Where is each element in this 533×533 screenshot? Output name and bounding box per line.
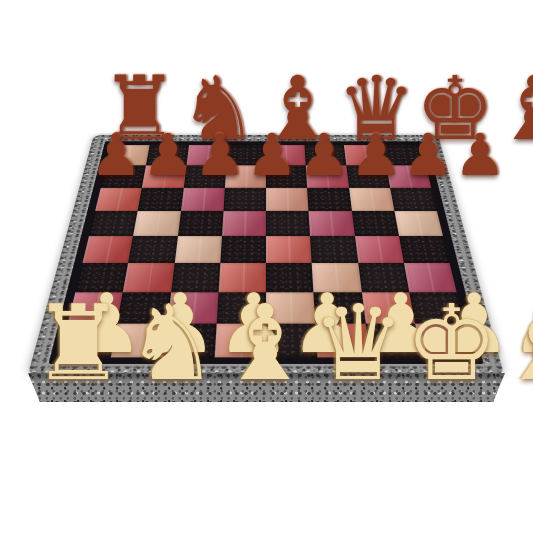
square-e5[interactable] <box>266 211 310 236</box>
black-pawn[interactable]: ♟ <box>298 126 350 184</box>
square-h6[interactable] <box>390 187 437 210</box>
board-cell: ♜ <box>32 291 125 395</box>
board-cell: ♞ <box>125 291 218 395</box>
square-h4[interactable] <box>399 236 450 263</box>
square-f5[interactable] <box>309 211 355 236</box>
board-cell: ♟ <box>90 126 142 184</box>
square-g6[interactable] <box>349 187 395 210</box>
black-pawn[interactable]: ♟ <box>454 126 506 184</box>
square-a6[interactable] <box>95 187 142 210</box>
board-cell: ♝ <box>498 291 533 395</box>
board-cell: ♟ <box>350 126 402 184</box>
black-pawn[interactable]: ♟ <box>90 126 142 184</box>
square-f4[interactable] <box>310 236 358 263</box>
white-bishop[interactable]: ♝ <box>218 291 311 395</box>
square-b5[interactable] <box>133 211 180 236</box>
white-knight[interactable]: ♞ <box>125 291 218 395</box>
square-b6[interactable] <box>138 187 184 210</box>
black-pawn-rank: ♟♟♟♟♟♟♟♟ <box>90 126 440 184</box>
board-cell: ♟ <box>454 126 506 184</box>
white-back-rank: ♜♞♝♛♚♝♞♜ <box>32 291 500 395</box>
black-pawn[interactable]: ♟ <box>194 126 246 184</box>
square-c4[interactable] <box>174 236 222 263</box>
square-a4[interactable] <box>82 236 133 263</box>
square-d6[interactable] <box>223 187 266 210</box>
square-d4[interactable] <box>220 236 266 263</box>
square-h5[interactable] <box>394 211 443 236</box>
square-d5[interactable] <box>222 211 266 236</box>
board-cell: ♟ <box>246 126 298 184</box>
white-queen[interactable]: ♛ <box>312 291 405 395</box>
square-c6[interactable] <box>181 187 225 210</box>
board-cell: ♚ <box>405 291 498 395</box>
square-c5[interactable] <box>178 211 224 236</box>
square-a5[interactable] <box>89 211 138 236</box>
square-g4[interactable] <box>355 236 404 263</box>
board-cell: ♟ <box>298 126 350 184</box>
chess-scene: ♜♞♝♛♚♝♞♜ ♟♟♟♟♟♟♟♟ ♟♟♟♟♟♟♟♟ ♜♞♝♛♚♝♞♜ <box>0 0 533 533</box>
board-cell: ♟ <box>142 126 194 184</box>
black-pawn[interactable]: ♟ <box>350 126 402 184</box>
white-bishop[interactable]: ♝ <box>498 291 533 395</box>
board-cell: ♟ <box>194 126 246 184</box>
board-cell: ♟ <box>402 126 454 184</box>
white-rook[interactable]: ♜ <box>32 291 125 395</box>
square-b4[interactable] <box>128 236 177 263</box>
black-pawn[interactable]: ♟ <box>402 126 454 184</box>
square-e6[interactable] <box>266 187 309 210</box>
white-king[interactable]: ♚ <box>405 291 498 395</box>
board-cell: ♝ <box>218 291 311 395</box>
board-cell: ♛ <box>312 291 405 395</box>
black-pawn[interactable]: ♟ <box>246 126 298 184</box>
square-e4[interactable] <box>266 236 312 263</box>
black-pawn[interactable]: ♟ <box>142 126 194 184</box>
square-f6[interactable] <box>307 187 351 210</box>
square-g5[interactable] <box>351 211 398 236</box>
